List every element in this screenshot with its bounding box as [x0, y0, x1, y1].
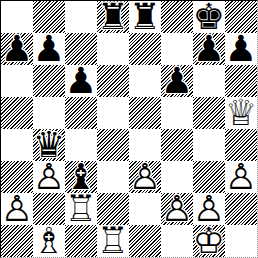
square-a6[interactable]	[1, 65, 33, 97]
piece-glyph: ♙	[1, 193, 33, 225]
piece-glyph: ♜	[129, 1, 161, 33]
piece-glyph: ♙	[33, 161, 65, 193]
piece-black-rook: ♜	[97, 1, 129, 33]
square-f1[interactable]	[161, 225, 193, 257]
chess-board: ♜♜♚♟♟♟♟♟♟♛♕♛♟♙♝♟♙♟♙♟♙♜♖♟♙♟♙♝♗♜♖♚♔	[0, 0, 258, 258]
piece-glyph: ♟	[225, 33, 257, 65]
piece-glyph: ♙	[129, 161, 161, 193]
piece-glyph: ♙	[161, 193, 193, 225]
piece-white-queen: ♛♕	[225, 97, 257, 129]
square-f6[interactable]: ♟	[161, 65, 193, 97]
square-e6[interactable]	[129, 65, 161, 97]
square-c2[interactable]: ♜♖	[65, 193, 97, 225]
piece-white-pawn: ♟♙	[1, 193, 33, 225]
square-f4[interactable]	[161, 129, 193, 161]
piece-glyph: ♟	[161, 65, 193, 97]
piece-white-king: ♚♔	[193, 225, 225, 257]
square-d6[interactable]	[97, 65, 129, 97]
square-a7[interactable]: ♟	[1, 33, 33, 65]
piece-glyph: ♟	[193, 33, 225, 65]
piece-black-pawn: ♟	[225, 33, 257, 65]
piece-glyph: ♕	[225, 97, 257, 129]
square-c1[interactable]	[65, 225, 97, 257]
piece-black-pawn: ♟	[193, 33, 225, 65]
piece-glyph: ♙	[225, 161, 257, 193]
square-h1[interactable]	[225, 225, 257, 257]
square-h7[interactable]: ♟	[225, 33, 257, 65]
square-f8[interactable]	[161, 1, 193, 33]
piece-glyph: ♜	[97, 1, 129, 33]
piece-white-pawn: ♟♙	[225, 161, 257, 193]
piece-glyph: ♖	[97, 225, 129, 257]
square-e2[interactable]	[129, 193, 161, 225]
piece-white-pawn: ♟♙	[129, 161, 161, 193]
piece-glyph: ♔	[193, 225, 225, 257]
piece-glyph: ♗	[33, 225, 65, 257]
square-e1[interactable]	[129, 225, 161, 257]
square-g4[interactable]	[193, 129, 225, 161]
piece-black-rook: ♜	[129, 1, 161, 33]
square-a4[interactable]	[1, 129, 33, 161]
square-e7[interactable]	[129, 33, 161, 65]
square-a2[interactable]: ♟♙	[1, 193, 33, 225]
square-c5[interactable]	[65, 97, 97, 129]
square-e5[interactable]	[129, 97, 161, 129]
piece-white-pawn: ♟♙	[161, 193, 193, 225]
piece-white-pawn: ♟♙	[33, 161, 65, 193]
square-d8[interactable]: ♜	[97, 1, 129, 33]
piece-white-rook: ♜♖	[97, 225, 129, 257]
square-b7[interactable]: ♟	[33, 33, 65, 65]
square-d4[interactable]	[97, 129, 129, 161]
square-c8[interactable]	[65, 1, 97, 33]
square-d1[interactable]: ♜♖	[97, 225, 129, 257]
piece-black-pawn: ♟	[33, 33, 65, 65]
square-c6[interactable]: ♟	[65, 65, 97, 97]
square-g6[interactable]	[193, 65, 225, 97]
square-h2[interactable]	[225, 193, 257, 225]
piece-glyph: ♟	[1, 33, 33, 65]
piece-black-pawn: ♟	[161, 65, 193, 97]
square-b1[interactable]: ♝♗	[33, 225, 65, 257]
square-g5[interactable]	[193, 97, 225, 129]
piece-glyph: ♟	[65, 65, 97, 97]
square-b6[interactable]	[33, 65, 65, 97]
square-e3[interactable]: ♟♙	[129, 161, 161, 193]
square-d5[interactable]	[97, 97, 129, 129]
square-d7[interactable]	[97, 33, 129, 65]
square-h5[interactable]: ♛♕	[225, 97, 257, 129]
square-f5[interactable]	[161, 97, 193, 129]
square-h3[interactable]: ♟♙	[225, 161, 257, 193]
piece-black-pawn: ♟	[65, 65, 97, 97]
square-g7[interactable]: ♟	[193, 33, 225, 65]
square-b3[interactable]: ♟♙	[33, 161, 65, 193]
square-a1[interactable]	[1, 225, 33, 257]
square-g1[interactable]: ♚♔	[193, 225, 225, 257]
piece-black-pawn: ♟	[1, 33, 33, 65]
square-e8[interactable]: ♜	[129, 1, 161, 33]
piece-white-bishop: ♝♗	[33, 225, 65, 257]
piece-glyph: ♟	[33, 33, 65, 65]
square-a5[interactable]	[1, 97, 33, 129]
square-f2[interactable]: ♟♙	[161, 193, 193, 225]
piece-glyph: ♖	[65, 193, 97, 225]
square-d3[interactable]	[97, 161, 129, 193]
piece-white-rook: ♜♖	[65, 193, 97, 225]
